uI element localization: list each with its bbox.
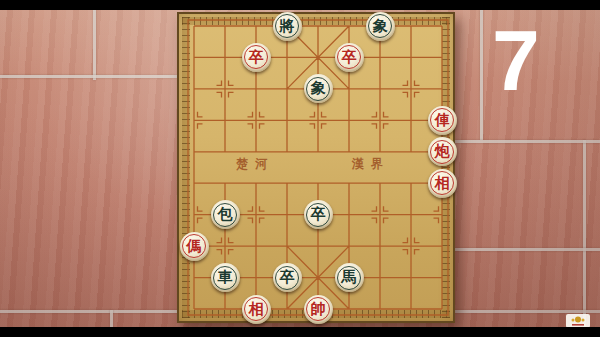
xiangqi-board: 楚河 漢界 將象卒卒象俥炮相包卒傌車卒馬相帥 xyxy=(177,12,455,323)
piece-character: 卒 xyxy=(311,207,326,222)
piece-character: 象 xyxy=(373,19,388,34)
black-cannon[interactable]: 包 xyxy=(211,200,240,229)
gold-crest-icon xyxy=(569,315,587,327)
piece-character: 車 xyxy=(218,270,233,285)
board-frame-left xyxy=(182,17,190,318)
black-general[interactable]: 將 xyxy=(273,12,302,41)
river-label-han: 漢界 xyxy=(352,156,390,174)
piece-character: 象 xyxy=(311,81,326,96)
piece-character: 炮 xyxy=(435,144,450,159)
red-soldier[interactable]: 卒 xyxy=(335,43,364,72)
black-chariot[interactable]: 車 xyxy=(211,263,240,292)
piece-character: 包 xyxy=(218,207,233,222)
red-elephant[interactable]: 相 xyxy=(242,295,271,324)
black-horse[interactable]: 馬 xyxy=(335,263,364,292)
letterbox-bottom xyxy=(0,327,600,337)
piece-character: 相 xyxy=(249,302,264,317)
black-elephant[interactable]: 象 xyxy=(304,74,333,103)
red-cannon[interactable]: 炮 xyxy=(428,137,457,166)
piece-character: 卒 xyxy=(280,270,295,285)
piece-character: 卒 xyxy=(342,50,357,65)
river-label-chu: 楚河 xyxy=(236,156,274,174)
board-frame-right xyxy=(442,17,450,318)
black-soldier[interactable]: 卒 xyxy=(273,263,302,292)
piece-character: 馬 xyxy=(342,270,357,285)
piece-character: 將 xyxy=(280,19,295,34)
letterbox-top xyxy=(0,0,600,10)
red-general[interactable]: 帥 xyxy=(304,295,333,324)
channel-watermark-logo xyxy=(566,314,590,328)
red-soldier[interactable]: 卒 xyxy=(242,43,271,72)
piece-character: 傌 xyxy=(187,239,202,254)
red-chariot[interactable]: 俥 xyxy=(428,106,457,135)
piece-character: 卒 xyxy=(249,50,264,65)
episode-number-overlay: 7 xyxy=(483,14,549,106)
piece-character: 相 xyxy=(435,176,450,191)
red-horse[interactable]: 傌 xyxy=(180,232,209,261)
video-frame: 楚河 漢界 將象卒卒象俥炮相包卒傌車卒馬相帥 7 xyxy=(0,0,600,337)
board-frame-top xyxy=(182,17,450,25)
red-elephant[interactable]: 相 xyxy=(428,169,457,198)
piece-character: 帥 xyxy=(311,302,326,317)
piece-character: 俥 xyxy=(435,113,450,128)
black-elephant[interactable]: 象 xyxy=(366,12,395,41)
black-soldier[interactable]: 卒 xyxy=(304,200,333,229)
